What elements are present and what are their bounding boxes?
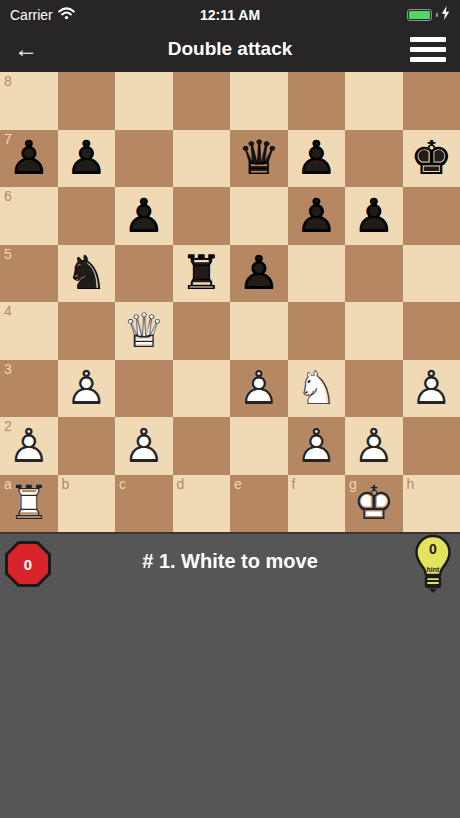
coordinate-label: e (234, 476, 242, 492)
square-c5[interactable] (115, 245, 173, 303)
piece-black-pawn[interactable]: ♟♙ (288, 187, 346, 245)
square-g5[interactable] (345, 245, 403, 303)
piece-white-pawn[interactable]: ♟♙ (58, 360, 116, 418)
square-g1[interactable]: g♚♔ (345, 475, 403, 533)
square-c6[interactable]: ♟♙ (115, 187, 173, 245)
square-b4[interactable] (58, 302, 116, 360)
square-d7[interactable] (173, 130, 231, 188)
square-f4[interactable] (288, 302, 346, 360)
square-a8[interactable]: 8 (0, 72, 58, 130)
fail-count: 0 (24, 556, 32, 573)
fail-counter[interactable]: 0 (4, 534, 56, 592)
square-b5[interactable]: ♞♘ (58, 245, 116, 303)
puzzle-bar: 0 # 1. White to move 0 hint (0, 534, 460, 598)
piece-black-pawn[interactable]: ♟♙ (288, 130, 346, 188)
status-bar: Carrier 12:11 AM (0, 0, 460, 26)
square-d8[interactable] (173, 72, 231, 130)
charging-bolt-icon (441, 6, 450, 24)
piece-black-pawn[interactable]: ♟♙ (58, 130, 116, 188)
square-e1[interactable]: e (230, 475, 288, 533)
square-e7[interactable]: ♛♕ (230, 130, 288, 188)
piece-white-king[interactable]: ♚♔ (345, 475, 403, 533)
piece-white-pawn[interactable]: ♟♙ (345, 417, 403, 475)
menu-button[interactable] (406, 37, 446, 62)
nav-bar: ← Double attack (0, 26, 460, 72)
coordinate-label: 6 (4, 188, 12, 204)
square-c1[interactable]: c (115, 475, 173, 533)
square-b7[interactable]: ♟♙ (58, 130, 116, 188)
square-c3[interactable] (115, 360, 173, 418)
square-g4[interactable] (345, 302, 403, 360)
square-c7[interactable] (115, 130, 173, 188)
square-e8[interactable] (230, 72, 288, 130)
battery-fill (409, 11, 430, 19)
square-d2[interactable] (173, 417, 231, 475)
square-f1[interactable]: f (288, 475, 346, 533)
piece-black-pawn[interactable]: ♟♙ (345, 187, 403, 245)
square-d1[interactable]: d (173, 475, 231, 533)
status-right (320, 6, 450, 24)
square-e4[interactable] (230, 302, 288, 360)
piece-white-pawn[interactable]: ♟♙ (0, 417, 58, 475)
square-e5[interactable]: ♟♙ (230, 245, 288, 303)
square-a1[interactable]: a♜♖ (0, 475, 58, 533)
piece-black-king[interactable]: ♚♔ (403, 130, 460, 188)
square-g7[interactable] (345, 130, 403, 188)
square-f6[interactable]: ♟♙ (288, 187, 346, 245)
status-left: Carrier (10, 6, 140, 24)
square-h7[interactable]: ♚♔ (403, 130, 460, 188)
piece-white-pawn[interactable]: ♟♙ (403, 360, 460, 418)
square-d6[interactable] (173, 187, 231, 245)
puzzle-title: # 1. White to move (56, 534, 404, 573)
square-g8[interactable] (345, 72, 403, 130)
square-h5[interactable] (403, 245, 460, 303)
hint-label: hint (427, 566, 440, 573)
square-f5[interactable] (288, 245, 346, 303)
carrier-label: Carrier (10, 7, 53, 23)
square-g6[interactable]: ♟♙ (345, 187, 403, 245)
square-c4[interactable]: ♛♕ (115, 302, 173, 360)
square-g3[interactable] (345, 360, 403, 418)
square-e6[interactable] (230, 187, 288, 245)
coordinate-label: b (62, 476, 70, 492)
coordinate-label: 8 (4, 73, 12, 89)
piece-white-queen[interactable]: ♛♕ (115, 302, 173, 360)
square-a7[interactable]: 7♟♙ (0, 130, 58, 188)
square-f3[interactable]: ♞♘ (288, 360, 346, 418)
square-a3[interactable]: 3 (0, 360, 58, 418)
square-f7[interactable]: ♟♙ (288, 130, 346, 188)
coordinate-label: 5 (4, 246, 12, 262)
piece-white-pawn[interactable]: ♟♙ (230, 360, 288, 418)
square-h4[interactable] (403, 302, 460, 360)
hint-count: 0 (429, 541, 437, 557)
square-d3[interactable] (173, 360, 231, 418)
square-h3[interactable]: ♟♙ (403, 360, 460, 418)
piece-white-knight[interactable]: ♞♘ (288, 360, 346, 418)
coordinate-label: 4 (4, 303, 12, 319)
piece-black-pawn[interactable]: ♟♙ (230, 245, 288, 303)
app-screen: Carrier 12:11 AM (0, 0, 460, 818)
square-h8[interactable] (403, 72, 460, 130)
square-d5[interactable]: ♜♖ (173, 245, 231, 303)
square-b6[interactable] (58, 187, 116, 245)
square-a2[interactable]: 2♟♙ (0, 417, 58, 475)
coordinate-label: 3 (4, 361, 12, 377)
piece-black-rook[interactable]: ♜♖ (173, 245, 231, 303)
square-f2[interactable]: ♟♙ (288, 417, 346, 475)
piece-white-rook[interactable]: ♜♖ (0, 475, 58, 533)
piece-black-pawn[interactable]: ♟♙ (0, 130, 58, 188)
battery-nub (436, 13, 438, 17)
piece-black-pawn[interactable]: ♟♙ (115, 187, 173, 245)
piece-black-knight[interactable]: ♞♘ (58, 245, 116, 303)
square-c8[interactable] (115, 72, 173, 130)
page-title: Double attack (54, 38, 406, 60)
lightbulb-icon: 0 hint (410, 534, 456, 596)
coordinate-label: c (119, 476, 126, 492)
square-h6[interactable] (403, 187, 460, 245)
square-h1[interactable]: h (403, 475, 460, 533)
back-button[interactable]: ← (14, 37, 54, 61)
chess-board[interactable]: 87♟♙♟♙♛♕♟♙♚♔6♟♙♟♙♟♙5♞♘♜♖♟♙4♛♕3♟♙♟♙♞♘♟♙2♟… (0, 72, 460, 532)
square-a5[interactable]: 5 (0, 245, 58, 303)
square-h2[interactable] (403, 417, 460, 475)
square-b1[interactable]: b (58, 475, 116, 533)
piece-black-queen[interactable]: ♛♕ (230, 130, 288, 188)
bottom-panel: 0 # 1. White to move 0 hint (0, 532, 460, 818)
battery-icon (407, 9, 432, 21)
square-g2[interactable]: ♟♙ (345, 417, 403, 475)
square-b8[interactable] (58, 72, 116, 130)
clock: 12:11 AM (140, 7, 320, 23)
square-b2[interactable] (58, 417, 116, 475)
piece-white-pawn[interactable]: ♟♙ (115, 417, 173, 475)
square-e2[interactable] (230, 417, 288, 475)
piece-white-pawn[interactable]: ♟♙ (288, 417, 346, 475)
hint-button[interactable]: 0 hint (404, 534, 456, 596)
stop-octagon-icon: 0 (4, 540, 52, 588)
square-f8[interactable] (288, 72, 346, 130)
header: Carrier 12:11 AM (0, 0, 460, 72)
square-a6[interactable]: 6 (0, 187, 58, 245)
coordinate-label: f (292, 476, 296, 492)
wifi-icon (58, 6, 75, 24)
square-b3[interactable]: ♟♙ (58, 360, 116, 418)
square-e3[interactable]: ♟♙ (230, 360, 288, 418)
square-d4[interactable] (173, 302, 231, 360)
square-a4[interactable]: 4 (0, 302, 58, 360)
square-c2[interactable]: ♟♙ (115, 417, 173, 475)
coordinate-label: h (407, 476, 415, 492)
coordinate-label: d (177, 476, 185, 492)
